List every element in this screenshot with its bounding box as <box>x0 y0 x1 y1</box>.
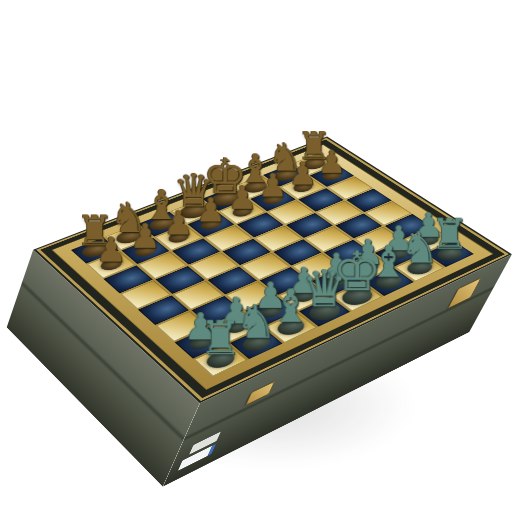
scene-shear: ♜♟♟♜♞♟♟♞♝♟♟♝♚♟♟♚♛♟♟♛♝♟♟♝♞♟♟♞♜♟♟♜ <box>0 0 520 520</box>
piece-bronze-pawn-e2[interactable]: ♟ <box>228 181 257 214</box>
piece-bronze-pawn-a2[interactable]: ♟ <box>96 232 127 266</box>
piece-bronze-pawn-g2[interactable]: ♟ <box>289 157 317 189</box>
piece-green-knight-b8[interactable]: ♞ <box>236 299 277 345</box>
piece-bronze-pawn-c2[interactable]: ♟ <box>164 206 194 239</box>
piece-bronze-pawn-d2[interactable]: ♟ <box>196 193 226 226</box>
product-photo-stage: ♜♟♟♜♞♟♟♞♝♟♟♝♚♟♟♚♛♟♟♛♝♟♟♝♞♟♟♞♜♟♟♜ <box>0 0 520 520</box>
piece-green-rook-a8[interactable]: ♜ <box>200 315 242 362</box>
piece-bronze-pawn-h2[interactable]: ♟ <box>318 146 346 177</box>
piece-bronze-pawn-b2[interactable]: ♟ <box>130 219 160 253</box>
brass-latch <box>245 381 275 406</box>
brass-clasp <box>448 278 482 309</box>
piece-bronze-pawn-f2[interactable]: ♟ <box>259 169 288 201</box>
